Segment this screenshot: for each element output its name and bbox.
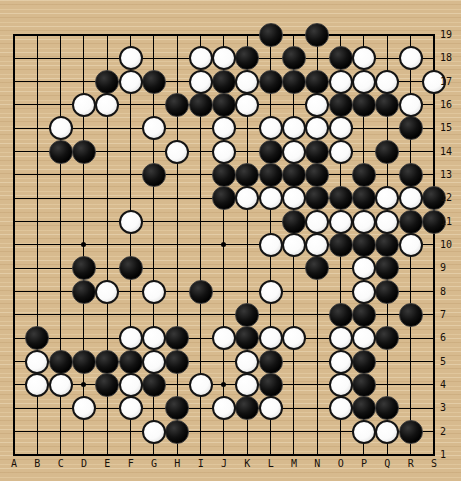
- stone-white-L10[interactable]: [259, 233, 283, 257]
- stone-white-O17[interactable]: [329, 70, 353, 94]
- stone-black-K3[interactable]: [235, 396, 259, 420]
- stone-black-P4[interactable]: [352, 373, 376, 397]
- stone-white-P9[interactable]: [352, 256, 376, 280]
- stone-black-I8[interactable]: [189, 280, 213, 304]
- col-label-C: C: [53, 458, 69, 470]
- stone-white-K17[interactable]: [235, 70, 259, 94]
- stone-black-M11[interactable]: [282, 210, 306, 234]
- stone-white-I4[interactable]: [189, 373, 213, 397]
- stone-white-M15[interactable]: [282, 116, 306, 140]
- stone-white-G2[interactable]: [142, 420, 166, 444]
- stone-white-L6[interactable]: [259, 326, 283, 350]
- col-label-N: N: [309, 458, 325, 470]
- stone-black-P7[interactable]: [352, 303, 376, 327]
- col-label-D: D: [76, 458, 92, 470]
- stone-white-F11[interactable]: [119, 210, 143, 234]
- stone-white-J14[interactable]: [212, 140, 236, 164]
- col-label-J: J: [216, 458, 232, 470]
- row-label-2: 2: [440, 426, 460, 438]
- col-label-Q: Q: [379, 458, 395, 470]
- stone-white-Q2[interactable]: [375, 420, 399, 444]
- stone-black-B6[interactable]: [25, 326, 49, 350]
- stone-white-L12[interactable]: [259, 186, 283, 210]
- stone-white-N15[interactable]: [305, 116, 329, 140]
- stone-white-P11[interactable]: [352, 210, 376, 234]
- stone-black-F5[interactable]: [119, 350, 143, 374]
- stone-white-F17[interactable]: [119, 70, 143, 94]
- stone-white-G6[interactable]: [142, 326, 166, 350]
- stone-white-J18[interactable]: [212, 46, 236, 70]
- stone-white-R10[interactable]: [399, 233, 423, 257]
- col-label-H: H: [169, 458, 185, 470]
- stone-white-P18[interactable]: [352, 46, 376, 70]
- col-label-K: K: [239, 458, 255, 470]
- row-label-11: 11: [440, 216, 460, 228]
- stone-black-P5[interactable]: [352, 350, 376, 374]
- stone-black-D14[interactable]: [72, 140, 96, 164]
- stone-black-H6[interactable]: [165, 326, 189, 350]
- stone-white-M6[interactable]: [282, 326, 306, 350]
- stone-black-H3[interactable]: [165, 396, 189, 420]
- row-label-16: 16: [440, 99, 460, 111]
- stone-white-O5[interactable]: [329, 350, 353, 374]
- stone-white-Q12[interactable]: [375, 186, 399, 210]
- stone-white-M10[interactable]: [282, 233, 306, 257]
- col-label-B: B: [29, 458, 45, 470]
- stone-black-L13[interactable]: [259, 163, 283, 187]
- col-label-I: I: [193, 458, 209, 470]
- stone-black-L17[interactable]: [259, 70, 283, 94]
- stone-black-L5[interactable]: [259, 350, 283, 374]
- stone-white-K12[interactable]: [235, 186, 259, 210]
- row-label-14: 14: [440, 146, 460, 158]
- stone-black-H16[interactable]: [165, 93, 189, 117]
- stone-black-K7[interactable]: [235, 303, 259, 327]
- stone-black-N12[interactable]: [305, 186, 329, 210]
- col-label-M: M: [286, 458, 302, 470]
- row-label-5: 5: [440, 356, 460, 368]
- grid-line-vertical: [433, 34, 435, 456]
- stone-white-F4[interactable]: [119, 373, 143, 397]
- stone-black-G13[interactable]: [142, 163, 166, 187]
- stone-white-D3[interactable]: [72, 396, 96, 420]
- col-label-R: R: [403, 458, 419, 470]
- stone-black-G4[interactable]: [142, 373, 166, 397]
- stone-black-R15[interactable]: [399, 116, 423, 140]
- stone-black-R2[interactable]: [399, 420, 423, 444]
- stone-white-H14[interactable]: [165, 140, 189, 164]
- stone-black-E5[interactable]: [95, 350, 119, 374]
- stone-black-N14[interactable]: [305, 140, 329, 164]
- star-point-J10: [221, 242, 226, 247]
- col-label-G: G: [146, 458, 162, 470]
- stone-white-N11[interactable]: [305, 210, 329, 234]
- stone-white-F6[interactable]: [119, 326, 143, 350]
- col-label-P: P: [356, 458, 372, 470]
- stone-black-O7[interactable]: [329, 303, 353, 327]
- row-label-4: 4: [440, 379, 460, 391]
- grid-line-horizontal: [13, 454, 435, 456]
- stone-black-N9[interactable]: [305, 256, 329, 280]
- stone-white-L3[interactable]: [259, 396, 283, 420]
- stone-black-M17[interactable]: [282, 70, 306, 94]
- stone-white-I17[interactable]: [189, 70, 213, 94]
- stone-black-J13[interactable]: [212, 163, 236, 187]
- stone-black-O16[interactable]: [329, 93, 353, 117]
- stone-black-L19[interactable]: [259, 23, 283, 47]
- stone-black-Q8[interactable]: [375, 280, 399, 304]
- stone-black-J12[interactable]: [212, 186, 236, 210]
- stone-black-Q9[interactable]: [375, 256, 399, 280]
- stone-black-M13[interactable]: [282, 163, 306, 187]
- stone-black-P12[interactable]: [352, 186, 376, 210]
- stone-black-K13[interactable]: [235, 163, 259, 187]
- stone-black-H5[interactable]: [165, 350, 189, 374]
- stone-black-P10[interactable]: [352, 233, 376, 257]
- row-label-3: 3: [440, 402, 460, 414]
- stone-white-D16[interactable]: [72, 93, 96, 117]
- stone-white-K16[interactable]: [235, 93, 259, 117]
- stone-white-O15[interactable]: [329, 116, 353, 140]
- go-board[interactable]: ABCDEFGHIJKLMNOPQRS191817161514131211109…: [0, 0, 461, 481]
- stone-black-O10[interactable]: [329, 233, 353, 257]
- stone-black-Q6[interactable]: [375, 326, 399, 350]
- stone-black-P16[interactable]: [352, 93, 376, 117]
- stone-white-I18[interactable]: [189, 46, 213, 70]
- stone-white-G5[interactable]: [142, 350, 166, 374]
- stone-black-P3[interactable]: [352, 396, 376, 420]
- col-label-O: O: [333, 458, 349, 470]
- stone-white-J6[interactable]: [212, 326, 236, 350]
- stone-white-B4[interactable]: [25, 373, 49, 397]
- stone-white-J15[interactable]: [212, 116, 236, 140]
- stone-white-N10[interactable]: [305, 233, 329, 257]
- stone-white-G15[interactable]: [142, 116, 166, 140]
- stone-white-G8[interactable]: [142, 280, 166, 304]
- stone-black-F9[interactable]: [119, 256, 143, 280]
- stone-white-M14[interactable]: [282, 140, 306, 164]
- stone-black-R13[interactable]: [399, 163, 423, 187]
- stone-black-N17[interactable]: [305, 70, 329, 94]
- stone-black-N13[interactable]: [305, 163, 329, 187]
- stone-black-O12[interactable]: [329, 186, 353, 210]
- star-point-D4: [81, 382, 86, 387]
- stone-black-J17[interactable]: [212, 70, 236, 94]
- row-label-10: 10: [440, 239, 460, 251]
- stone-black-R7[interactable]: [399, 303, 423, 327]
- stone-black-G17[interactable]: [142, 70, 166, 94]
- stone-black-L14[interactable]: [259, 140, 283, 164]
- stone-white-P17[interactable]: [352, 70, 376, 94]
- row-label-19: 19: [440, 29, 460, 41]
- stone-white-F3[interactable]: [119, 396, 143, 420]
- stone-black-J16[interactable]: [212, 93, 236, 117]
- stone-black-L4[interactable]: [259, 373, 283, 397]
- row-label-17: 17: [440, 76, 460, 88]
- col-label-L: L: [263, 458, 279, 470]
- stone-white-C15[interactable]: [49, 116, 73, 140]
- stone-white-L15[interactable]: [259, 116, 283, 140]
- stone-black-C14[interactable]: [49, 140, 73, 164]
- stone-black-Q3[interactable]: [375, 396, 399, 420]
- stone-white-O14[interactable]: [329, 140, 353, 164]
- stone-white-P6[interactable]: [352, 326, 376, 350]
- stone-white-N16[interactable]: [305, 93, 329, 117]
- stone-white-E16[interactable]: [95, 93, 119, 117]
- stone-black-N19[interactable]: [305, 23, 329, 47]
- stone-white-R12[interactable]: [399, 186, 423, 210]
- stone-black-K6[interactable]: [235, 326, 259, 350]
- stone-white-Q11[interactable]: [375, 210, 399, 234]
- row-label-18: 18: [440, 52, 460, 64]
- stone-white-M12[interactable]: [282, 186, 306, 210]
- star-point-D10: [81, 242, 86, 247]
- stone-white-J3[interactable]: [212, 396, 236, 420]
- stone-black-D5[interactable]: [72, 350, 96, 374]
- stone-black-D9[interactable]: [72, 256, 96, 280]
- stone-black-D8[interactable]: [72, 280, 96, 304]
- stone-white-R18[interactable]: [399, 46, 423, 70]
- stone-white-P8[interactable]: [352, 280, 376, 304]
- row-label-6: 6: [440, 332, 460, 344]
- row-label-7: 7: [440, 309, 460, 321]
- col-label-F: F: [123, 458, 139, 470]
- stone-white-B5[interactable]: [25, 350, 49, 374]
- stone-white-O3[interactable]: [329, 396, 353, 420]
- row-label-9: 9: [440, 262, 460, 274]
- stone-white-R16[interactable]: [399, 93, 423, 117]
- stone-white-O11[interactable]: [329, 210, 353, 234]
- stone-black-C5[interactable]: [49, 350, 73, 374]
- stone-white-K4[interactable]: [235, 373, 259, 397]
- row-label-13: 13: [440, 169, 460, 181]
- stone-black-H2[interactable]: [165, 420, 189, 444]
- row-label-1: 1: [440, 449, 460, 461]
- stone-black-I16[interactable]: [189, 93, 213, 117]
- stone-black-E17[interactable]: [95, 70, 119, 94]
- row-label-12: 12: [440, 192, 460, 204]
- stone-black-E4[interactable]: [95, 373, 119, 397]
- row-label-8: 8: [440, 286, 460, 298]
- star-point-J4: [221, 382, 226, 387]
- col-label-A: A: [6, 458, 22, 470]
- stone-black-Q10[interactable]: [375, 233, 399, 257]
- stone-white-P2[interactable]: [352, 420, 376, 444]
- stone-white-L8[interactable]: [259, 280, 283, 304]
- stone-white-E8[interactable]: [95, 280, 119, 304]
- stone-black-Q16[interactable]: [375, 93, 399, 117]
- stone-white-K5[interactable]: [235, 350, 259, 374]
- stone-white-C4[interactable]: [49, 373, 73, 397]
- stone-white-Q17[interactable]: [375, 70, 399, 94]
- stone-black-K18[interactable]: [235, 46, 259, 70]
- col-label-E: E: [99, 458, 115, 470]
- stone-white-O4[interactable]: [329, 373, 353, 397]
- stone-white-F18[interactable]: [119, 46, 143, 70]
- stone-black-P13[interactable]: [352, 163, 376, 187]
- stone-black-O18[interactable]: [329, 46, 353, 70]
- stone-black-M18[interactable]: [282, 46, 306, 70]
- stone-black-R11[interactable]: [399, 210, 423, 234]
- stone-white-O6[interactable]: [329, 326, 353, 350]
- stone-black-Q14[interactable]: [375, 140, 399, 164]
- row-label-15: 15: [440, 122, 460, 134]
